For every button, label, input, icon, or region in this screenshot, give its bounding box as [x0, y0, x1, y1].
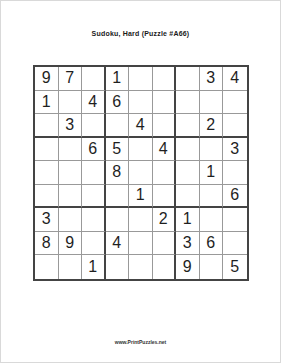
cell-r8c1: 8 — [35, 232, 59, 256]
cell-r7c6: 2 — [153, 208, 177, 232]
cell-r5c3[interactable] — [82, 161, 106, 185]
cell-r6c8[interactable] — [200, 185, 224, 209]
cell-r2c1: 1 — [35, 91, 59, 115]
cell-r4c5[interactable] — [129, 138, 153, 162]
cell-r1c2: 7 — [59, 67, 83, 91]
cell-r5c8: 1 — [200, 161, 224, 185]
cell-r3c3[interactable] — [82, 114, 106, 138]
cell-r4c3: 6 — [82, 138, 106, 162]
cell-r6c3[interactable] — [82, 185, 106, 209]
page-title: Sudoku, Hard (Puzzle #A66) — [1, 30, 280, 37]
cell-r3c8: 2 — [200, 114, 224, 138]
cell-r2c3: 4 — [82, 91, 106, 115]
cell-r4c1[interactable] — [35, 138, 59, 162]
cell-r3c6[interactable] — [153, 114, 177, 138]
cell-r1c3[interactable] — [82, 67, 106, 91]
cell-r7c9[interactable] — [223, 208, 247, 232]
cell-r7c7: 1 — [176, 208, 200, 232]
cell-r4c6: 4 — [153, 138, 177, 162]
cell-r8c7: 3 — [176, 232, 200, 256]
cell-r4c2[interactable] — [59, 138, 83, 162]
cell-r1c6[interactable] — [153, 67, 177, 91]
cell-r8c9[interactable] — [223, 232, 247, 256]
cell-r9c3: 1 — [82, 255, 106, 279]
cell-r2c4: 6 — [106, 91, 130, 115]
cell-r9c5[interactable] — [129, 255, 153, 279]
cell-r8c8: 6 — [200, 232, 224, 256]
cell-r3c9[interactable] — [223, 114, 247, 138]
cell-r5c5[interactable] — [129, 161, 153, 185]
cell-r7c5[interactable] — [129, 208, 153, 232]
cell-r5c4: 8 — [106, 161, 130, 185]
cell-r9c1[interactable] — [35, 255, 59, 279]
sudoku-board: 971341463426543811632189436195 — [33, 65, 249, 281]
cell-r4c7[interactable] — [176, 138, 200, 162]
cell-r5c7[interactable] — [176, 161, 200, 185]
cell-r2c5[interactable] — [129, 91, 153, 115]
cell-r3c4[interactable] — [106, 114, 130, 138]
cell-r9c6[interactable] — [153, 255, 177, 279]
cell-r5c9[interactable] — [223, 161, 247, 185]
cell-r7c2[interactable] — [59, 208, 83, 232]
cell-r6c5: 1 — [129, 185, 153, 209]
cell-r9c4[interactable] — [106, 255, 130, 279]
cell-r7c4[interactable] — [106, 208, 130, 232]
cell-r2c7[interactable] — [176, 91, 200, 115]
cell-r4c8[interactable] — [200, 138, 224, 162]
footer-site-url: www.PrintPuzzles.net — [1, 339, 280, 345]
cell-r6c7[interactable] — [176, 185, 200, 209]
puzzle-page: Sudoku, Hard (Puzzle #A66) 9713414634265… — [0, 0, 281, 363]
cell-r3c1[interactable] — [35, 114, 59, 138]
cell-r8c4: 4 — [106, 232, 130, 256]
cell-r5c6[interactable] — [153, 161, 177, 185]
cell-r6c2[interactable] — [59, 185, 83, 209]
cell-r9c9: 5 — [223, 255, 247, 279]
cell-r6c4[interactable] — [106, 185, 130, 209]
cell-r7c8[interactable] — [200, 208, 224, 232]
cell-r3c5: 4 — [129, 114, 153, 138]
cell-r3c2: 3 — [59, 114, 83, 138]
cell-r1c9: 4 — [223, 67, 247, 91]
cell-r5c1[interactable] — [35, 161, 59, 185]
cell-r8c2: 9 — [59, 232, 83, 256]
cell-r8c5[interactable] — [129, 232, 153, 256]
cell-r3c7[interactable] — [176, 114, 200, 138]
cell-r1c5[interactable] — [129, 67, 153, 91]
cell-r9c8[interactable] — [200, 255, 224, 279]
cell-r9c2[interactable] — [59, 255, 83, 279]
cell-r8c6[interactable] — [153, 232, 177, 256]
cell-r1c1: 9 — [35, 67, 59, 91]
cell-r5c2[interactable] — [59, 161, 83, 185]
cell-r1c4: 1 — [106, 67, 130, 91]
cell-r6c9: 6 — [223, 185, 247, 209]
cell-r6c1[interactable] — [35, 185, 59, 209]
cell-r2c9[interactable] — [223, 91, 247, 115]
cell-r8c3[interactable] — [82, 232, 106, 256]
cell-r2c2[interactable] — [59, 91, 83, 115]
cell-r2c6[interactable] — [153, 91, 177, 115]
cell-r2c8[interactable] — [200, 91, 224, 115]
cell-r1c8: 3 — [200, 67, 224, 91]
cell-r7c1: 3 — [35, 208, 59, 232]
cell-r1c7[interactable] — [176, 67, 200, 91]
cell-r7c3[interactable] — [82, 208, 106, 232]
cell-r4c4: 5 — [106, 138, 130, 162]
cell-r6c6[interactable] — [153, 185, 177, 209]
cell-r9c7: 9 — [176, 255, 200, 279]
cell-r4c9: 3 — [223, 138, 247, 162]
